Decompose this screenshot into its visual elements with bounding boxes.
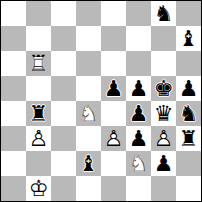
square-a7[interactable] [1, 26, 26, 51]
rook-glyph: ♜ [26, 101, 51, 126]
rook-glyph-outline: ♖ [26, 51, 51, 76]
square-h5[interactable]: ♟ [176, 76, 201, 101]
square-d8[interactable] [76, 1, 101, 26]
pawn-glyph: ♟ [176, 76, 201, 101]
square-h6[interactable] [176, 51, 201, 76]
square-b6[interactable]: ♜♖ [26, 51, 51, 76]
square-h8[interactable] [176, 1, 201, 26]
king-glyph-outline: ♔ [26, 176, 51, 201]
square-a4[interactable] [1, 101, 26, 126]
piece-white-knight: ♞♘ [76, 101, 101, 126]
square-c4[interactable] [51, 101, 76, 126]
pawn-glyph-outline: ♙ [151, 126, 176, 151]
square-e8[interactable] [101, 1, 126, 26]
chess-board: ♞♝♜♖♟♟♚♟♜♞♘♟♛♞♟♙♟♙♟♟♙♜♝♞♘♟♚♔ [0, 0, 202, 202]
square-d6[interactable] [76, 51, 101, 76]
square-g8[interactable]: ♞ [151, 1, 176, 26]
piece-black-queen: ♛ [151, 101, 176, 126]
square-e7[interactable] [101, 26, 126, 51]
bishop-glyph: ♝ [176, 26, 201, 51]
square-b3[interactable]: ♟♙ [26, 126, 51, 151]
square-d4[interactable]: ♞♘ [76, 101, 101, 126]
piece-black-bishop: ♝ [76, 151, 101, 176]
square-e1[interactable] [101, 176, 126, 201]
piece-white-king: ♚♔ [26, 176, 51, 201]
piece-white-knight: ♞♘ [126, 151, 151, 176]
piece-black-pawn: ♟ [101, 76, 126, 101]
square-g3[interactable]: ♟♙ [151, 126, 176, 151]
pawn-glyph: ♟ [126, 101, 151, 126]
square-g5[interactable]: ♚ [151, 76, 176, 101]
king-glyph: ♚ [151, 76, 176, 101]
square-d5[interactable] [76, 76, 101, 101]
square-g7[interactable] [151, 26, 176, 51]
piece-black-pawn: ♟ [126, 76, 151, 101]
square-c5[interactable] [51, 76, 76, 101]
square-a1[interactable] [1, 176, 26, 201]
square-f5[interactable]: ♟ [126, 76, 151, 101]
square-c8[interactable] [51, 1, 76, 26]
square-c1[interactable] [51, 176, 76, 201]
piece-white-rook: ♜♖ [26, 51, 51, 76]
bishop-glyph: ♝ [76, 151, 101, 176]
square-c7[interactable] [51, 26, 76, 51]
rook-glyph: ♜ [176, 126, 201, 151]
square-g1[interactable] [151, 176, 176, 201]
square-a3[interactable] [1, 126, 26, 151]
square-d2[interactable]: ♝ [76, 151, 101, 176]
square-h1[interactable] [176, 176, 201, 201]
square-h2[interactable] [176, 151, 201, 176]
square-a2[interactable] [1, 151, 26, 176]
square-c3[interactable] [51, 126, 76, 151]
square-f7[interactable] [126, 26, 151, 51]
square-b7[interactable] [26, 26, 51, 51]
square-f3[interactable]: ♟ [126, 126, 151, 151]
piece-white-pawn: ♟♙ [26, 126, 51, 151]
piece-black-pawn: ♟ [151, 151, 176, 176]
square-b8[interactable] [26, 1, 51, 26]
square-d3[interactable] [76, 126, 101, 151]
pawn-glyph: ♟ [151, 151, 176, 176]
knight-glyph-outline: ♘ [126, 151, 151, 176]
pawn-glyph: ♟ [126, 126, 151, 151]
square-f6[interactable] [126, 51, 151, 76]
piece-black-bishop: ♝ [176, 26, 201, 51]
square-g4[interactable]: ♛ [151, 101, 176, 126]
square-b4[interactable]: ♜ [26, 101, 51, 126]
piece-black-pawn: ♟ [126, 101, 151, 126]
square-e4[interactable] [101, 101, 126, 126]
piece-black-knight: ♞ [176, 101, 201, 126]
square-f2[interactable]: ♞♘ [126, 151, 151, 176]
square-g6[interactable] [151, 51, 176, 76]
square-g2[interactable]: ♟ [151, 151, 176, 176]
square-b5[interactable] [26, 76, 51, 101]
pawn-glyph: ♟ [126, 76, 151, 101]
square-a8[interactable] [1, 1, 26, 26]
piece-white-pawn: ♟♙ [151, 126, 176, 151]
square-f8[interactable] [126, 1, 151, 26]
knight-glyph: ♞ [151, 1, 176, 26]
square-f1[interactable] [126, 176, 151, 201]
square-a5[interactable] [1, 76, 26, 101]
square-e2[interactable] [101, 151, 126, 176]
pawn-glyph: ♟ [101, 76, 126, 101]
piece-black-king: ♚ [151, 76, 176, 101]
piece-black-knight: ♞ [151, 1, 176, 26]
square-a6[interactable] [1, 51, 26, 76]
square-e5[interactable]: ♟ [101, 76, 126, 101]
pawn-glyph-outline: ♙ [101, 126, 126, 151]
pawn-glyph-outline: ♙ [26, 126, 51, 151]
square-d7[interactable] [76, 26, 101, 51]
square-b2[interactable] [26, 151, 51, 176]
knight-glyph-outline: ♘ [76, 101, 101, 126]
knight-glyph: ♞ [176, 101, 201, 126]
queen-glyph: ♛ [151, 101, 176, 126]
square-f4[interactable]: ♟ [126, 101, 151, 126]
piece-black-rook: ♜ [176, 126, 201, 151]
square-c2[interactable] [51, 151, 76, 176]
piece-white-pawn: ♟♙ [101, 126, 126, 151]
square-b1[interactable]: ♚♔ [26, 176, 51, 201]
square-d1[interactable] [76, 176, 101, 201]
square-c6[interactable] [51, 51, 76, 76]
piece-black-pawn: ♟ [126, 126, 151, 151]
square-h3[interactable]: ♜ [176, 126, 201, 151]
piece-black-rook: ♜ [26, 101, 51, 126]
square-e6[interactable] [101, 51, 126, 76]
piece-black-pawn: ♟ [176, 76, 201, 101]
square-h4[interactable]: ♞ [176, 101, 201, 126]
square-e3[interactable]: ♟♙ [101, 126, 126, 151]
square-h7[interactable]: ♝ [176, 26, 201, 51]
